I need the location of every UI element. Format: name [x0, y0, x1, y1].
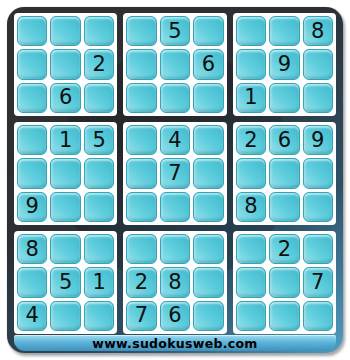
- cell-r5c6[interactable]: [193, 158, 223, 188]
- cell-r4c5[interactable]: 4: [160, 125, 190, 155]
- cell-r2c4[interactable]: [126, 49, 156, 79]
- cell-r1c9[interactable]: 8: [303, 16, 333, 46]
- cell-r1c4[interactable]: [126, 16, 156, 46]
- cell-r5c7[interactable]: [236, 158, 266, 188]
- cell-r7c1[interactable]: 8: [17, 234, 47, 264]
- cell-r7c2[interactable]: [50, 234, 80, 264]
- cell-r5c4[interactable]: [126, 158, 156, 188]
- cell-r9c4[interactable]: 7: [126, 301, 156, 331]
- box-r3c2: 2876: [123, 231, 226, 334]
- cell-r7c4[interactable]: [126, 234, 156, 264]
- cell-r6c5[interactable]: [160, 192, 190, 222]
- cell-r6c8[interactable]: [269, 192, 299, 222]
- cell-r2c3[interactable]: 2: [84, 49, 114, 79]
- cell-r6c7[interactable]: 8: [236, 192, 266, 222]
- cell-r3c1[interactable]: [17, 83, 47, 113]
- cell-r7c5[interactable]: [160, 234, 190, 264]
- cell-r5c2[interactable]: [50, 158, 80, 188]
- cell-r3c2[interactable]: 6: [50, 83, 80, 113]
- cell-r3c5[interactable]: [160, 83, 190, 113]
- cell-r2c9[interactable]: [303, 49, 333, 79]
- cell-r2c2[interactable]: [50, 49, 80, 79]
- cell-r2c7[interactable]: [236, 49, 266, 79]
- cell-r3c6[interactable]: [193, 83, 223, 113]
- cell-r9c7[interactable]: [236, 301, 266, 331]
- cell-r3c7[interactable]: 1: [236, 83, 266, 113]
- sudoku-board: 26568911594726988514287627 www.sudokuswe…: [7, 7, 343, 353]
- cell-r8c5[interactable]: 8: [160, 267, 190, 297]
- box-r3c3: 27: [233, 231, 336, 334]
- cell-r4c8[interactable]: 6: [269, 125, 299, 155]
- cell-r7c7[interactable]: [236, 234, 266, 264]
- cell-r1c6[interactable]: [193, 16, 223, 46]
- cell-r5c3[interactable]: [84, 158, 114, 188]
- cell-r7c9[interactable]: [303, 234, 333, 264]
- cell-r6c6[interactable]: [193, 192, 223, 222]
- cell-r9c2[interactable]: [50, 301, 80, 331]
- box-r2c3: 2698: [233, 122, 336, 225]
- cell-r6c9[interactable]: [303, 192, 333, 222]
- cell-r6c1[interactable]: 9: [17, 192, 47, 222]
- cell-r8c2[interactable]: 5: [50, 267, 80, 297]
- cell-r1c1[interactable]: [17, 16, 47, 46]
- cell-r6c3[interactable]: [84, 192, 114, 222]
- cell-r9c8[interactable]: [269, 301, 299, 331]
- cell-r8c9[interactable]: 7: [303, 267, 333, 297]
- cell-r3c3[interactable]: [84, 83, 114, 113]
- cell-r3c4[interactable]: [126, 83, 156, 113]
- box-r1c1: 26: [14, 13, 117, 116]
- cell-r7c3[interactable]: [84, 234, 114, 264]
- cell-r7c8[interactable]: 2: [269, 234, 299, 264]
- cell-r4c4[interactable]: [126, 125, 156, 155]
- cell-r3c8[interactable]: [269, 83, 299, 113]
- box-r1c2: 56: [123, 13, 226, 116]
- cell-r7c6[interactable]: [193, 234, 223, 264]
- cell-r3c9[interactable]: [303, 83, 333, 113]
- box-r2c2: 47: [123, 122, 226, 225]
- cell-r4c9[interactable]: 9: [303, 125, 333, 155]
- cell-r5c9[interactable]: [303, 158, 333, 188]
- box-r2c1: 159: [14, 122, 117, 225]
- cell-r6c4[interactable]: [126, 192, 156, 222]
- cell-r8c6[interactable]: [193, 267, 223, 297]
- cell-r9c1[interactable]: 4: [17, 301, 47, 331]
- cell-r5c1[interactable]: [17, 158, 47, 188]
- cell-r8c4[interactable]: 2: [126, 267, 156, 297]
- cell-r5c5[interactable]: 7: [160, 158, 190, 188]
- box-r3c1: 8514: [14, 231, 117, 334]
- cell-r4c1[interactable]: [17, 125, 47, 155]
- cell-r5c8[interactable]: [269, 158, 299, 188]
- cell-r8c8[interactable]: [269, 267, 299, 297]
- cell-r4c3[interactable]: 5: [84, 125, 114, 155]
- sudoku-grid: 26568911594726988514287627: [14, 13, 336, 334]
- cell-r8c3[interactable]: 1: [84, 267, 114, 297]
- cell-r2c6[interactable]: 6: [193, 49, 223, 79]
- cell-r1c5[interactable]: 5: [160, 16, 190, 46]
- cell-r9c6[interactable]: [193, 301, 223, 331]
- cell-r4c2[interactable]: 1: [50, 125, 80, 155]
- cell-r9c9[interactable]: [303, 301, 333, 331]
- cell-r2c1[interactable]: [17, 49, 47, 79]
- cell-r1c2[interactable]: [50, 16, 80, 46]
- box-r1c3: 891: [233, 13, 336, 116]
- cell-r8c7[interactable]: [236, 267, 266, 297]
- cell-r1c3[interactable]: [84, 16, 114, 46]
- cell-r4c7[interactable]: 2: [236, 125, 266, 155]
- cell-r2c5[interactable]: [160, 49, 190, 79]
- footer-band: www.sudokusweb.com: [14, 335, 336, 351]
- cell-r1c7[interactable]: [236, 16, 266, 46]
- cell-r6c2[interactable]: [50, 192, 80, 222]
- website-text[interactable]: www.sudokusweb.com: [92, 336, 257, 351]
- cell-r8c1[interactable]: [17, 267, 47, 297]
- cell-r2c8[interactable]: 9: [269, 49, 299, 79]
- cell-r1c8[interactable]: [269, 16, 299, 46]
- cell-r9c3[interactable]: [84, 301, 114, 331]
- cell-r9c5[interactable]: 6: [160, 301, 190, 331]
- cell-r4c6[interactable]: [193, 125, 223, 155]
